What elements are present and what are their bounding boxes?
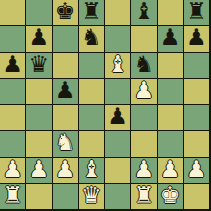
- square-f7[interactable]: [131, 26, 156, 51]
- chess-board-container: ♚♜♝♜♟♞♟♟♟♛♝♞♟♟♟♞♟♟♟♝♟♟♟♜♛♜♚: [0, 0, 211, 211]
- piece-black-king: ♚: [55, 0, 76, 23]
- piece-black-pawn: ♟: [2, 53, 23, 76]
- square-c4[interactable]: [53, 105, 78, 130]
- square-f8[interactable]: ♝: [131, 0, 156, 25]
- square-a5[interactable]: [0, 79, 25, 104]
- square-c3[interactable]: ♞: [53, 131, 78, 156]
- square-c5[interactable]: ♟: [53, 79, 78, 104]
- square-h4[interactable]: [184, 105, 209, 130]
- square-b5[interactable]: [26, 79, 51, 104]
- square-f1[interactable]: ♜: [131, 184, 156, 209]
- square-h1[interactable]: [184, 184, 209, 209]
- square-d2[interactable]: ♝: [79, 158, 104, 183]
- square-g1[interactable]: ♚: [158, 184, 183, 209]
- square-a6[interactable]: ♟: [0, 53, 25, 78]
- piece-white-pawn: ♟: [2, 158, 23, 181]
- square-g6[interactable]: [158, 53, 183, 78]
- square-b6[interactable]: ♛: [26, 53, 51, 78]
- square-d7[interactable]: ♞: [79, 26, 104, 51]
- square-c2[interactable]: ♟: [53, 158, 78, 183]
- piece-white-bishop: ♝: [81, 158, 102, 181]
- square-h8[interactable]: ♜: [184, 0, 209, 25]
- square-e1[interactable]: [105, 184, 130, 209]
- piece-white-knight: ♞: [55, 131, 76, 154]
- square-e4[interactable]: ♟: [105, 105, 130, 130]
- piece-white-pawn: ♟: [134, 79, 155, 102]
- square-b4[interactable]: [26, 105, 51, 130]
- square-a4[interactable]: [0, 105, 25, 130]
- square-e7[interactable]: [105, 26, 130, 51]
- piece-black-pawn: ♟: [29, 26, 50, 49]
- square-g3[interactable]: [158, 131, 183, 156]
- piece-black-knight: ♞: [81, 26, 102, 49]
- piece-white-pawn: ♟: [160, 158, 181, 181]
- piece-black-rook: ♜: [81, 0, 102, 23]
- piece-white-bishop: ♝: [107, 53, 128, 76]
- square-a2[interactable]: ♟: [0, 158, 25, 183]
- square-d6[interactable]: [79, 53, 104, 78]
- square-e6[interactable]: ♝: [105, 53, 130, 78]
- square-e8[interactable]: [105, 0, 130, 25]
- square-f2[interactable]: ♟: [131, 158, 156, 183]
- piece-black-pawn: ♟: [107, 105, 128, 128]
- piece-white-pawn: ♟: [55, 158, 76, 181]
- piece-black-queen: ♛: [29, 53, 50, 76]
- square-e5[interactable]: [105, 79, 130, 104]
- square-a8[interactable]: [0, 0, 25, 25]
- square-g8[interactable]: [158, 0, 183, 25]
- square-d3[interactable]: [79, 131, 104, 156]
- square-b8[interactable]: [26, 0, 51, 25]
- piece-white-queen: ♛: [81, 184, 102, 207]
- square-g5[interactable]: [158, 79, 183, 104]
- square-g7[interactable]: ♟: [158, 26, 183, 51]
- piece-white-rook: ♜: [134, 184, 155, 207]
- piece-black-pawn: ♟: [186, 26, 207, 49]
- square-c7[interactable]: [53, 26, 78, 51]
- square-h2[interactable]: ♟: [184, 158, 209, 183]
- square-g2[interactable]: ♟: [158, 158, 183, 183]
- piece-white-pawn: ♟: [29, 158, 50, 181]
- square-b1[interactable]: [26, 184, 51, 209]
- square-d4[interactable]: [79, 105, 104, 130]
- square-f3[interactable]: [131, 131, 156, 156]
- square-f4[interactable]: [131, 105, 156, 130]
- square-d8[interactable]: ♜: [79, 0, 104, 25]
- square-h3[interactable]: [184, 131, 209, 156]
- piece-black-rook: ♜: [186, 0, 207, 23]
- square-e3[interactable]: [105, 131, 130, 156]
- piece-white-rook: ♜: [2, 184, 23, 207]
- piece-white-king: ♚: [160, 184, 181, 207]
- piece-black-knight: ♞: [134, 53, 155, 76]
- square-g4[interactable]: [158, 105, 183, 130]
- square-a1[interactable]: ♜: [0, 184, 25, 209]
- square-c6[interactable]: [53, 53, 78, 78]
- square-b2[interactable]: ♟: [26, 158, 51, 183]
- square-f6[interactable]: ♞: [131, 53, 156, 78]
- square-h6[interactable]: [184, 53, 209, 78]
- piece-white-pawn: ♟: [186, 158, 207, 181]
- square-h5[interactable]: [184, 79, 209, 104]
- piece-black-pawn: ♟: [160, 26, 181, 49]
- chess-board: ♚♜♝♜♟♞♟♟♟♛♝♞♟♟♟♞♟♟♟♝♟♟♟♜♛♜♚: [0, 0, 211, 211]
- piece-black-bishop: ♝: [134, 0, 155, 23]
- square-h7[interactable]: ♟: [184, 26, 209, 51]
- piece-black-pawn: ♟: [55, 79, 76, 102]
- square-d1[interactable]: ♛: [79, 184, 104, 209]
- square-e2[interactable]: [105, 158, 130, 183]
- square-a7[interactable]: [0, 26, 25, 51]
- square-b3[interactable]: [26, 131, 51, 156]
- square-c1[interactable]: [53, 184, 78, 209]
- square-c8[interactable]: ♚: [53, 0, 78, 25]
- square-f5[interactable]: ♟: [131, 79, 156, 104]
- square-b7[interactable]: ♟: [26, 26, 51, 51]
- square-d5[interactable]: [79, 79, 104, 104]
- square-a3[interactable]: [0, 131, 25, 156]
- piece-white-pawn: ♟: [134, 158, 155, 181]
